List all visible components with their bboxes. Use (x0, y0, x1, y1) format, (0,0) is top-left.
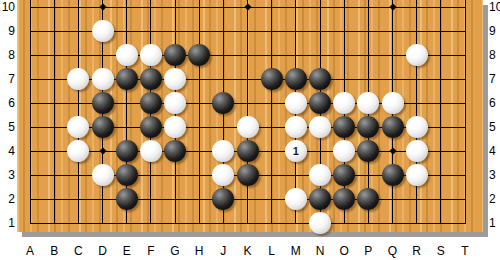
stone-black-n7 (309, 68, 331, 90)
stone-white-m5 (285, 116, 307, 138)
column-label-G: G (166, 243, 184, 259)
grid-line-vertical-A (30, 0, 31, 224)
stone-black-e7 (116, 68, 138, 90)
row-label-left-3: 3 (0, 167, 15, 183)
stone-white-g6 (164, 92, 186, 114)
grid-line-horizontal-2 (30, 199, 466, 200)
row-label-left-10: 10 (0, 0, 15, 15)
row-label-left-4: 4 (0, 143, 15, 159)
column-label-M: M (287, 243, 305, 259)
column-label-D: D (94, 243, 112, 259)
stone-black-e4 (116, 140, 138, 162)
stone-black-d6 (92, 92, 114, 114)
row-label-right-2: 2 (489, 191, 500, 207)
row-label-left-6: 6 (0, 95, 15, 111)
column-label-P: P (359, 243, 377, 259)
row-label-left-5: 5 (0, 119, 15, 135)
row-label-right-9: 9 (489, 23, 500, 39)
stone-white-r5 (406, 116, 428, 138)
column-label-F: F (142, 243, 160, 259)
stone-black-p2 (357, 188, 379, 210)
stone-white-c7 (67, 68, 89, 90)
stone-white-n3 (309, 164, 331, 186)
star-point-q10 (389, 3, 396, 10)
column-label-O: O (335, 243, 353, 259)
stone-white-r3 (406, 164, 428, 186)
stone-white-m6 (285, 92, 307, 114)
star-point-k10 (244, 3, 251, 10)
stone-black-k3 (237, 164, 259, 186)
stone-black-p4 (357, 140, 379, 162)
column-label-H: H (190, 243, 208, 259)
row-label-left-8: 8 (0, 47, 15, 63)
grid-line-vertical-T (465, 0, 466, 224)
row-label-right-4: 4 (489, 143, 500, 159)
stone-black-n2 (309, 188, 331, 210)
row-label-right-8: 8 (489, 47, 500, 63)
row-label-right-10: 10 (489, 0, 500, 15)
grid-line-vertical-L (271, 0, 272, 224)
stone-black-j2 (212, 188, 234, 210)
stone-black-f5 (140, 116, 162, 138)
column-label-C: C (69, 243, 87, 259)
row-label-right-6: 6 (489, 95, 500, 111)
stone-white-g5 (164, 116, 186, 138)
stone-white-n1 (309, 212, 331, 234)
stone-black-f7 (140, 68, 162, 90)
star-point-d4 (99, 147, 106, 154)
grid-line-vertical-K (247, 0, 248, 224)
column-label-Q: Q (384, 243, 402, 259)
stone-black-e2 (116, 188, 138, 210)
stone-white-o4 (333, 140, 355, 162)
stone-black-o2 (333, 188, 355, 210)
star-point-q4 (389, 147, 396, 154)
row-label-left-7: 7 (0, 71, 15, 87)
column-label-L: L (263, 243, 281, 259)
stone-black-g4 (164, 140, 186, 162)
stone-white-o6 (333, 92, 355, 114)
stone-white-d9 (92, 20, 114, 42)
stone-black-o3 (333, 164, 355, 186)
stone-black-q5 (382, 116, 404, 138)
row-label-right-5: 5 (489, 119, 500, 135)
stone-white-r4 (406, 140, 428, 162)
stone-white-p6 (357, 92, 379, 114)
row-label-right-7: 7 (489, 71, 500, 87)
stone-white-n5 (309, 116, 331, 138)
grid-line-vertical-C (78, 0, 79, 224)
stone-white-f4 (140, 140, 162, 162)
stone-white-m4-move-label-1: 1 (285, 140, 307, 162)
stone-white-d7 (92, 68, 114, 90)
goban[interactable]: 1 (17, 0, 483, 232)
stone-white-j4 (212, 140, 234, 162)
go-board-viewer: 1 10987654321 10987654321 ABCDEFGHJKLMNO… (0, 0, 500, 260)
stone-black-e3 (116, 164, 138, 186)
stone-black-j6 (212, 92, 234, 114)
row-label-left-2: 2 (0, 191, 15, 207)
stone-white-d3 (92, 164, 114, 186)
grid-line-vertical-S (440, 0, 441, 224)
row-label-right-3: 3 (489, 167, 500, 183)
stone-black-g8 (164, 44, 186, 66)
stone-black-q3 (382, 164, 404, 186)
stone-white-k5 (237, 116, 259, 138)
stone-black-f6 (140, 92, 162, 114)
stone-black-k4 (237, 140, 259, 162)
column-label-J: J (214, 243, 232, 259)
row-label-left-9: 9 (0, 23, 15, 39)
grid-line-vertical-R (416, 0, 417, 224)
column-label-N: N (311, 243, 329, 259)
column-label-K: K (239, 243, 257, 259)
stone-black-l7 (261, 68, 283, 90)
grid-line-vertical-B (54, 0, 55, 224)
grid-line-horizontal-8 (30, 55, 466, 56)
stone-white-c5 (67, 116, 89, 138)
stone-white-c4 (67, 140, 89, 162)
grid-line-vertical-H (199, 0, 200, 224)
row-label-right-1: 1 (489, 215, 500, 231)
stone-white-f8 (140, 44, 162, 66)
grid-line-horizontal-1 (30, 223, 466, 224)
stone-black-p5 (357, 116, 379, 138)
column-label-A: A (21, 243, 39, 259)
column-label-T: T (456, 243, 474, 259)
row-label-left-1: 1 (0, 215, 15, 231)
stone-black-m7 (285, 68, 307, 90)
stone-black-h8 (188, 44, 210, 66)
stone-white-j3 (212, 164, 234, 186)
stone-black-d5 (92, 116, 114, 138)
column-label-S: S (432, 243, 450, 259)
stone-white-g7 (164, 68, 186, 90)
stone-white-m2 (285, 188, 307, 210)
stone-white-r8 (406, 44, 428, 66)
column-label-B: B (45, 243, 63, 259)
star-point-d10 (99, 3, 106, 10)
stone-black-n6 (309, 92, 331, 114)
stone-white-e8 (116, 44, 138, 66)
column-label-R: R (408, 243, 426, 259)
stone-black-o5 (333, 116, 355, 138)
column-label-E: E (118, 243, 136, 259)
stone-white-q6 (382, 92, 404, 114)
